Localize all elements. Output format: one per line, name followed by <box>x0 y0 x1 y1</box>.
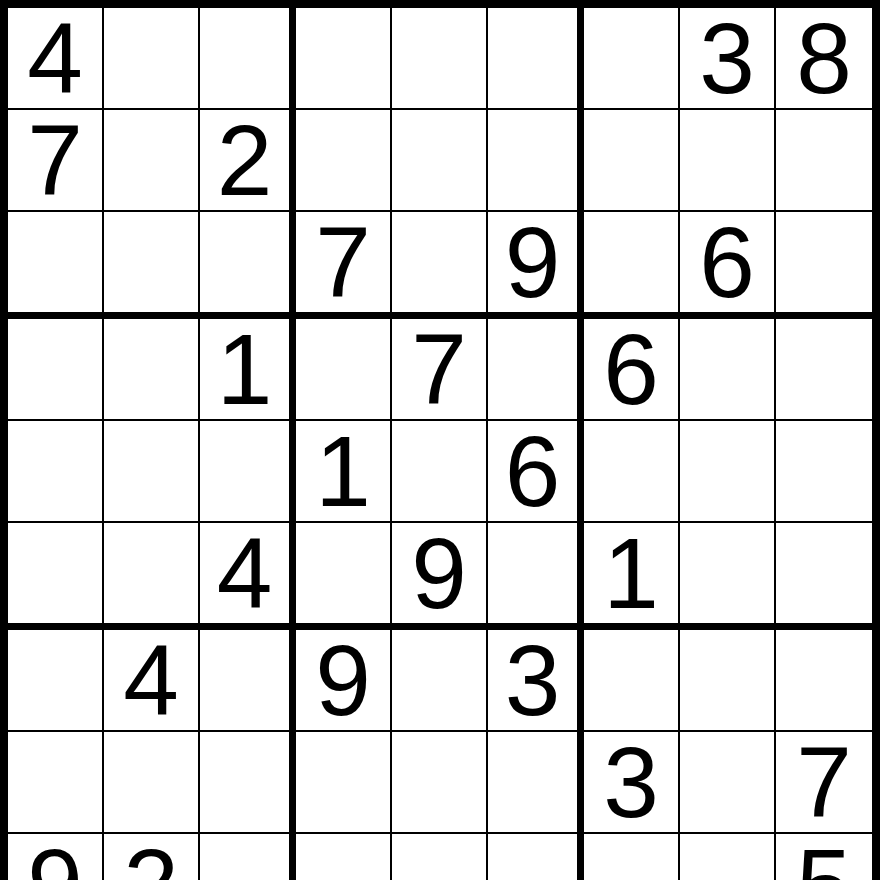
cell-r1c5[interactable] <box>392 8 488 110</box>
cell-r2c3: 2 <box>200 110 296 212</box>
cell-r1c6[interactable] <box>488 8 584 110</box>
cell-r6c9[interactable] <box>776 523 872 630</box>
cell-r5c9[interactable] <box>776 421 872 523</box>
cell-r9c1: 9 <box>8 834 104 880</box>
cell-r6c1[interactable] <box>8 523 104 630</box>
cell-r7c6: 3 <box>488 630 584 732</box>
cell-r3c5[interactable] <box>392 212 488 319</box>
cell-r8c7: 3 <box>584 732 680 834</box>
cell-r2c5[interactable] <box>392 110 488 212</box>
cell-r4c1[interactable] <box>8 319 104 421</box>
cell-r9c2: 2 <box>104 834 200 880</box>
cell-r7c7[interactable] <box>584 630 680 732</box>
cell-r9c3[interactable] <box>200 834 296 880</box>
cell-r3c1[interactable] <box>8 212 104 319</box>
cell-r6c5: 9 <box>392 523 488 630</box>
cell-r5c3[interactable] <box>200 421 296 523</box>
cell-r3c3[interactable] <box>200 212 296 319</box>
cell-r5c7[interactable] <box>584 421 680 523</box>
cell-r2c6[interactable] <box>488 110 584 212</box>
cell-r5c2[interactable] <box>104 421 200 523</box>
cell-r8c4[interactable] <box>296 732 392 834</box>
cell-r4c7: 6 <box>584 319 680 421</box>
cell-r1c7[interactable] <box>584 8 680 110</box>
cell-r7c1[interactable] <box>8 630 104 732</box>
cell-r7c9[interactable] <box>776 630 872 732</box>
cell-r9c4[interactable] <box>296 834 392 880</box>
cell-r4c9[interactable] <box>776 319 872 421</box>
cell-r5c6: 6 <box>488 421 584 523</box>
cell-r4c4[interactable] <box>296 319 392 421</box>
cell-r6c3: 4 <box>200 523 296 630</box>
cell-r8c2[interactable] <box>104 732 200 834</box>
cell-r2c2[interactable] <box>104 110 200 212</box>
cell-r2c4[interactable] <box>296 110 392 212</box>
cell-r7c5[interactable] <box>392 630 488 732</box>
cell-r4c3: 1 <box>200 319 296 421</box>
cell-r4c8[interactable] <box>680 319 776 421</box>
cell-r1c2[interactable] <box>104 8 200 110</box>
cell-r8c5[interactable] <box>392 732 488 834</box>
cell-r6c8[interactable] <box>680 523 776 630</box>
cell-r7c4: 9 <box>296 630 392 732</box>
cell-r6c4[interactable] <box>296 523 392 630</box>
cell-r6c6[interactable] <box>488 523 584 630</box>
cell-r8c1[interactable] <box>8 732 104 834</box>
cell-r5c1[interactable] <box>8 421 104 523</box>
cell-r9c6[interactable] <box>488 834 584 880</box>
cell-r9c7[interactable] <box>584 834 680 880</box>
cell-r4c5: 7 <box>392 319 488 421</box>
cell-r3c7[interactable] <box>584 212 680 319</box>
cell-r8c6[interactable] <box>488 732 584 834</box>
cell-r7c3[interactable] <box>200 630 296 732</box>
cell-r4c6[interactable] <box>488 319 584 421</box>
cell-r8c8[interactable] <box>680 732 776 834</box>
cell-r2c1: 7 <box>8 110 104 212</box>
cell-r4c2[interactable] <box>104 319 200 421</box>
cell-r9c8[interactable] <box>680 834 776 880</box>
cell-r6c2[interactable] <box>104 523 200 630</box>
cell-r5c4: 1 <box>296 421 392 523</box>
cell-r2c7[interactable] <box>584 110 680 212</box>
sudoku-board: 438727961761649149337925 <box>0 0 880 880</box>
cell-r5c8[interactable] <box>680 421 776 523</box>
cell-r8c9: 7 <box>776 732 872 834</box>
cell-r1c4[interactable] <box>296 8 392 110</box>
cell-r5c5[interactable] <box>392 421 488 523</box>
cell-r3c9[interactable] <box>776 212 872 319</box>
cell-r1c1: 4 <box>8 8 104 110</box>
cell-r3c8: 6 <box>680 212 776 319</box>
cell-r6c7: 1 <box>584 523 680 630</box>
cell-r3c2[interactable] <box>104 212 200 319</box>
cell-r8c3[interactable] <box>200 732 296 834</box>
cell-r9c5[interactable] <box>392 834 488 880</box>
cell-r3c4: 7 <box>296 212 392 319</box>
cell-r2c8[interactable] <box>680 110 776 212</box>
cell-r1c3[interactable] <box>200 8 296 110</box>
cell-r9c9: 5 <box>776 834 872 880</box>
sudoku-screenshot: 438727961761649149337925 <box>0 0 880 880</box>
cell-r7c8[interactable] <box>680 630 776 732</box>
cell-r1c8: 3 <box>680 8 776 110</box>
cell-r1c9: 8 <box>776 8 872 110</box>
cell-r7c2: 4 <box>104 630 200 732</box>
cell-r3c6: 9 <box>488 212 584 319</box>
cell-r2c9[interactable] <box>776 110 872 212</box>
